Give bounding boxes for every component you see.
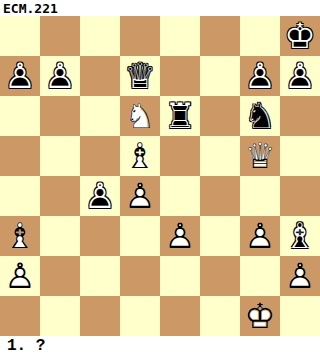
square-e4[interactable] [160,176,200,216]
square-b2[interactable] [40,256,80,296]
black-queen-glyph: ♛ [120,56,160,96]
square-b4[interactable] [40,176,80,216]
square-h4[interactable] [280,176,320,216]
black-queen-outline: ♕ [120,56,160,96]
piece-black-rook[interactable]: ♜♖ [160,96,200,136]
square-f1[interactable] [200,296,240,336]
white-pawn-outline: ♙ [0,256,40,296]
square-d2[interactable] [120,256,160,296]
square-a2[interactable]: ♟♙ [0,256,40,296]
square-b1[interactable] [40,296,80,336]
square-h5[interactable] [280,136,320,176]
white-pawn-outline: ♙ [240,216,280,256]
piece-white-knight[interactable]: ♞♘ [120,96,160,136]
white-pawn-outline: ♙ [160,216,200,256]
square-h2[interactable]: ♟♙ [280,256,320,296]
square-e8[interactable] [160,16,200,56]
black-pawn-glyph: ♟ [280,56,320,96]
square-e5[interactable] [160,136,200,176]
piece-white-pawn[interactable]: ♟♙ [160,216,200,256]
piece-white-pawn[interactable]: ♟♙ [120,176,160,216]
square-f4[interactable] [200,176,240,216]
square-h1[interactable] [280,296,320,336]
white-bishop-outline: ♗ [120,136,160,176]
white-pawn-glyph: ♟ [240,216,280,256]
square-g2[interactable] [240,256,280,296]
square-a5[interactable] [0,136,40,176]
square-f8[interactable] [200,16,240,56]
square-f3[interactable] [200,216,240,256]
piece-white-queen[interactable]: ♛♕ [240,136,280,176]
black-pawn-outline: ♙ [40,56,80,96]
white-pawn-glyph: ♟ [160,216,200,256]
piece-white-pawn[interactable]: ♟♙ [0,256,40,296]
square-c2[interactable] [80,256,120,296]
piece-black-pawn[interactable]: ♟♙ [40,56,80,96]
white-pawn-glyph: ♟ [0,256,40,296]
black-pawn-outline: ♙ [280,56,320,96]
piece-white-pawn[interactable]: ♟♙ [280,256,320,296]
square-c3[interactable] [80,216,120,256]
piece-black-pawn[interactable]: ♟♙ [240,56,280,96]
square-c4[interactable]: ♟♙ [80,176,120,216]
square-a1[interactable] [0,296,40,336]
white-pawn-glyph: ♟ [120,176,160,216]
square-d8[interactable] [120,16,160,56]
square-g1[interactable]: ♚♔ [240,296,280,336]
square-h8[interactable]: ♚♔ [280,16,320,56]
black-pawn-outline: ♙ [80,176,120,216]
black-bishop-outline: ♗ [280,216,320,256]
black-king-outline: ♔ [280,16,320,56]
white-bishop-glyph: ♝ [120,136,160,176]
square-c1[interactable] [80,296,120,336]
square-e3[interactable]: ♟♙ [160,216,200,256]
square-a6[interactable] [0,96,40,136]
square-f7[interactable] [200,56,240,96]
black-pawn-outline: ♙ [240,56,280,96]
white-knight-glyph: ♞ [120,96,160,136]
white-queen-glyph: ♛ [240,136,280,176]
square-e6[interactable]: ♜♖ [160,96,200,136]
piece-black-pawn[interactable]: ♟♙ [80,176,120,216]
square-h3[interactable]: ♝♗ [280,216,320,256]
square-h6[interactable] [280,96,320,136]
move-prompt: 1. ? [7,337,45,355]
black-pawn-outline: ♙ [0,56,40,96]
square-a8[interactable] [0,16,40,56]
black-knight-outline: ♘ [240,96,280,136]
square-g6[interactable]: ♞♘ [240,96,280,136]
square-g5[interactable]: ♛♕ [240,136,280,176]
square-e7[interactable] [160,56,200,96]
piece-black-queen[interactable]: ♛♕ [120,56,160,96]
square-g8[interactable] [240,16,280,56]
square-a4[interactable] [0,176,40,216]
piece-black-knight[interactable]: ♞♘ [240,96,280,136]
square-e1[interactable] [160,296,200,336]
white-king-outline: ♔ [240,296,280,336]
square-a3[interactable]: ♝♗ [0,216,40,256]
black-pawn-glyph: ♟ [40,56,80,96]
white-queen-outline: ♕ [240,136,280,176]
square-b5[interactable] [40,136,80,176]
white-bishop-outline: ♗ [0,216,40,256]
square-g7[interactable]: ♟♙ [240,56,280,96]
piece-white-king[interactable]: ♚♔ [240,296,280,336]
square-d5[interactable]: ♝♗ [120,136,160,176]
piece-black-pawn[interactable]: ♟♙ [0,56,40,96]
piece-white-bishop[interactable]: ♝♗ [0,216,40,256]
black-pawn-glyph: ♟ [240,56,280,96]
square-f2[interactable] [200,256,240,296]
square-f6[interactable] [200,96,240,136]
square-b7[interactable]: ♟♙ [40,56,80,96]
square-a7[interactable]: ♟♙ [0,56,40,96]
white-pawn-outline: ♙ [120,176,160,216]
piece-black-king[interactable]: ♚♔ [280,16,320,56]
square-d6[interactable]: ♞♘ [120,96,160,136]
square-e2[interactable] [160,256,200,296]
square-f5[interactable] [200,136,240,176]
white-king-glyph: ♚ [240,296,280,336]
piece-black-pawn[interactable]: ♟♙ [280,56,320,96]
square-d7[interactable]: ♛♕ [120,56,160,96]
black-knight-glyph: ♞ [240,96,280,136]
chess-board: ♚♔♟♙♟♙♛♕♟♙♟♙♞♘♜♖♞♘♝♗♛♕♟♙♟♙♝♗♟♙♟♙♝♗♟♙♟♙♚♔ [0,16,320,336]
square-b8[interactable] [40,16,80,56]
diagram-title: ECM.221 [3,1,58,16]
white-pawn-glyph: ♟ [280,256,320,296]
square-h7[interactable]: ♟♙ [280,56,320,96]
square-d3[interactable] [120,216,160,256]
square-c7[interactable] [80,56,120,96]
white-pawn-outline: ♙ [280,256,320,296]
piece-white-pawn[interactable]: ♟♙ [240,216,280,256]
square-c8[interactable] [80,16,120,56]
black-rook-outline: ♖ [160,96,200,136]
white-knight-outline: ♘ [120,96,160,136]
square-g3[interactable]: ♟♙ [240,216,280,256]
black-pawn-glyph: ♟ [80,176,120,216]
chess-diagram: ECM.221 ♚♔♟♙♟♙♛♕♟♙♟♙♞♘♜♖♞♘♝♗♛♕♟♙♟♙♝♗♟♙♟♙… [0,0,320,360]
square-b6[interactable] [40,96,80,136]
black-rook-glyph: ♜ [160,96,200,136]
piece-black-bishop[interactable]: ♝♗ [280,216,320,256]
square-g4[interactable] [240,176,280,216]
square-c6[interactable] [80,96,120,136]
square-c5[interactable] [80,136,120,176]
black-bishop-glyph: ♝ [280,216,320,256]
black-king-glyph: ♚ [280,16,320,56]
white-bishop-glyph: ♝ [0,216,40,256]
piece-white-bishop[interactable]: ♝♗ [120,136,160,176]
square-d1[interactable] [120,296,160,336]
square-b3[interactable] [40,216,80,256]
black-pawn-glyph: ♟ [0,56,40,96]
square-d4[interactable]: ♟♙ [120,176,160,216]
